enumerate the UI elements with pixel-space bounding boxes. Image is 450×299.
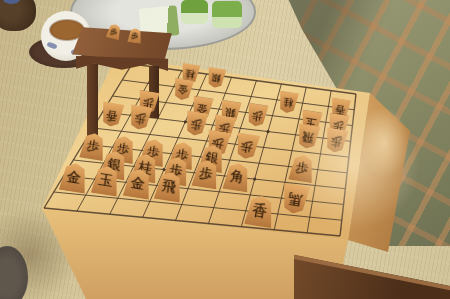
piece-kanji: 歩 bbox=[250, 109, 263, 122]
piece-kanji: 角 bbox=[229, 169, 244, 184]
piece-kanji: 歩 bbox=[86, 138, 101, 153]
captured-piece[interactable]: 歩 bbox=[127, 27, 143, 44]
piece-kanji: 歩 bbox=[329, 134, 342, 147]
captured-piece[interactable]: 歩 bbox=[105, 23, 122, 41]
piece-kanji: 歩 bbox=[189, 118, 202, 131]
shogi-piece-near[interactable]: 金 bbox=[59, 161, 90, 194]
shogi-piece-far[interactable]: 桂 bbox=[276, 91, 299, 115]
shogi-piece-far[interactable]: 銀 bbox=[205, 67, 226, 89]
shogi-piece-near[interactable]: 角 bbox=[222, 162, 252, 193]
shogi-piece-far[interactable]: 歩 bbox=[183, 111, 209, 138]
shogi-piece-near[interactable]: 歩 bbox=[287, 153, 316, 183]
piece-kanji: 歩 bbox=[131, 31, 139, 39]
piece-kanji: 歩 bbox=[199, 166, 214, 181]
photo-scene: 桂銀金桂香歩金銀歩玉歩香歩歩歩飛歩歩歩馬歩歩歩歩銀歩銀桂歩歩角金玉金飛香歩歩 bbox=[0, 0, 450, 299]
piece-kanji: 歩 bbox=[133, 111, 146, 124]
shogi-piece-far[interactable]: 歩 bbox=[245, 103, 269, 128]
shogi-piece-far[interactable]: 歩 bbox=[233, 132, 260, 160]
piece-kanji: 歩 bbox=[294, 161, 309, 176]
shogi-piece-far[interactable]: 歩 bbox=[127, 104, 153, 131]
shogi-piece-near[interactable]: 香 bbox=[243, 194, 276, 228]
piece-kanji: 香 bbox=[251, 203, 268, 220]
piece-kanji: 玉 bbox=[98, 172, 114, 188]
shogi-piece-far[interactable]: 飛 bbox=[295, 124, 321, 151]
piece-kanji: 香 bbox=[105, 108, 118, 121]
piece-kanji: 金 bbox=[66, 169, 82, 185]
shogi-piece-far[interactable]: 金 bbox=[171, 78, 194, 102]
shogi-piece-far[interactable]: 香 bbox=[99, 101, 125, 128]
piece-kanji: 歩 bbox=[110, 27, 119, 36]
piece-kanji: 銀 bbox=[210, 72, 221, 83]
piece-kanji: 馬 bbox=[287, 191, 303, 207]
piece-kanji: 飛 bbox=[161, 178, 177, 194]
shogi-piece-far[interactable]: 馬 bbox=[280, 183, 311, 216]
piece-kanji: 桂 bbox=[282, 97, 294, 109]
piece-kanji: 金 bbox=[129, 175, 145, 191]
shogi-piece-near[interactable]: 歩 bbox=[79, 131, 108, 161]
pieces-layer: 桂銀金桂香歩金銀歩玉歩香歩歩歩飛歩歩歩馬歩歩歩歩銀歩銀桂歩歩角金玉金飛香歩歩 bbox=[0, 0, 450, 299]
piece-kanji: 歩 bbox=[240, 139, 254, 153]
piece-kanji: 飛 bbox=[301, 131, 314, 144]
piece-kanji: 桂 bbox=[185, 69, 196, 80]
piece-kanji: 金 bbox=[177, 84, 189, 96]
shogi-piece-far[interactable]: 歩 bbox=[323, 127, 349, 154]
